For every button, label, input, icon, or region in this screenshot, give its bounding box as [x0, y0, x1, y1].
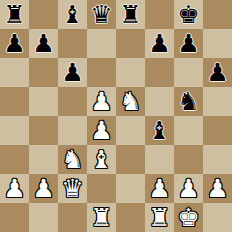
square-b6[interactable] [29, 58, 58, 87]
square-d6[interactable] [87, 58, 116, 87]
piece-black-pawn: ♟ [148, 29, 170, 58]
square-h5[interactable] [203, 87, 232, 116]
square-b2[interactable]: ♟ [29, 174, 58, 203]
square-b3[interactable] [29, 145, 58, 174]
square-d7[interactable] [87, 29, 116, 58]
square-f6[interactable] [145, 58, 174, 87]
square-a3[interactable] [0, 145, 29, 174]
square-c8[interactable]: ♝ [58, 0, 87, 29]
square-h1[interactable] [203, 203, 232, 232]
square-e5[interactable]: ♞ [116, 87, 145, 116]
square-c5[interactable] [58, 87, 87, 116]
square-c2[interactable]: ♛ [58, 174, 87, 203]
square-a5[interactable] [0, 87, 29, 116]
square-d5[interactable]: ♟ [87, 87, 116, 116]
square-e1[interactable] [116, 203, 145, 232]
square-b7[interactable]: ♟ [29, 29, 58, 58]
piece-white-king: ♚ [177, 203, 199, 232]
square-d3[interactable]: ♝ [87, 145, 116, 174]
square-g5[interactable]: ♞ [174, 87, 203, 116]
piece-white-queen: ♛ [61, 174, 83, 203]
square-g2[interactable]: ♟ [174, 174, 203, 203]
square-g3[interactable] [174, 145, 203, 174]
piece-white-pawn: ♟ [3, 174, 25, 203]
square-e4[interactable] [116, 116, 145, 145]
square-f3[interactable] [145, 145, 174, 174]
piece-black-pawn: ♟ [32, 29, 54, 58]
piece-white-rook: ♜ [148, 203, 170, 232]
piece-white-pawn: ♟ [177, 174, 199, 203]
square-e8[interactable]: ♜ [116, 0, 145, 29]
square-e3[interactable] [116, 145, 145, 174]
square-e2[interactable] [116, 174, 145, 203]
square-c1[interactable] [58, 203, 87, 232]
square-h6[interactable]: ♟ [203, 58, 232, 87]
square-h8[interactable] [203, 0, 232, 29]
square-h3[interactable] [203, 145, 232, 174]
square-e6[interactable] [116, 58, 145, 87]
square-d8[interactable]: ♛ [87, 0, 116, 29]
square-d2[interactable] [87, 174, 116, 203]
piece-white-pawn: ♟ [90, 116, 112, 145]
piece-black-king: ♚ [177, 0, 199, 29]
square-f1[interactable]: ♜ [145, 203, 174, 232]
square-e7[interactable] [116, 29, 145, 58]
square-a2[interactable]: ♟ [0, 174, 29, 203]
square-d1[interactable]: ♜ [87, 203, 116, 232]
piece-white-pawn: ♟ [32, 174, 54, 203]
piece-white-pawn: ♟ [90, 87, 112, 116]
square-d4[interactable]: ♟ [87, 116, 116, 145]
square-f2[interactable]: ♟ [145, 174, 174, 203]
square-a4[interactable] [0, 116, 29, 145]
piece-black-queen: ♛ [90, 0, 112, 29]
square-g1[interactable]: ♚ [174, 203, 203, 232]
square-c4[interactable] [58, 116, 87, 145]
square-c3[interactable]: ♞ [58, 145, 87, 174]
square-f4[interactable]: ♝ [145, 116, 174, 145]
square-c7[interactable] [58, 29, 87, 58]
piece-white-pawn: ♟ [148, 174, 170, 203]
square-f8[interactable] [145, 0, 174, 29]
square-b5[interactable] [29, 87, 58, 116]
square-a8[interactable]: ♜ [0, 0, 29, 29]
square-a7[interactable]: ♟ [0, 29, 29, 58]
piece-black-bishop: ♝ [61, 0, 83, 29]
square-g8[interactable]: ♚ [174, 0, 203, 29]
square-c6[interactable]: ♟ [58, 58, 87, 87]
square-a1[interactable] [0, 203, 29, 232]
piece-black-pawn: ♟ [61, 58, 83, 87]
piece-black-pawn: ♟ [206, 58, 228, 87]
square-h4[interactable] [203, 116, 232, 145]
piece-white-bishop: ♝ [90, 145, 112, 174]
chess-board: ♜♝♛♜♚♟♟♟♟♟♟♟♞♞♟♝♞♝♟♟♛♟♟♟♜♜♚ [0, 0, 232, 232]
square-g4[interactable] [174, 116, 203, 145]
square-b1[interactable] [29, 203, 58, 232]
square-g6[interactable] [174, 58, 203, 87]
piece-black-bishop: ♝ [148, 116, 170, 145]
piece-black-pawn: ♟ [177, 29, 199, 58]
piece-black-rook: ♜ [3, 0, 25, 29]
piece-black-knight: ♞ [177, 87, 199, 116]
square-f5[interactable] [145, 87, 174, 116]
piece-white-pawn: ♟ [206, 174, 228, 203]
square-b4[interactable] [29, 116, 58, 145]
piece-white-rook: ♜ [90, 203, 112, 232]
square-b8[interactable] [29, 0, 58, 29]
square-h7[interactable] [203, 29, 232, 58]
piece-white-knight: ♞ [119, 87, 141, 116]
piece-black-pawn: ♟ [3, 29, 25, 58]
square-f7[interactable]: ♟ [145, 29, 174, 58]
piece-black-rook: ♜ [119, 0, 141, 29]
square-a6[interactable] [0, 58, 29, 87]
square-h2[interactable]: ♟ [203, 174, 232, 203]
square-g7[interactable]: ♟ [174, 29, 203, 58]
piece-white-knight: ♞ [61, 145, 83, 174]
